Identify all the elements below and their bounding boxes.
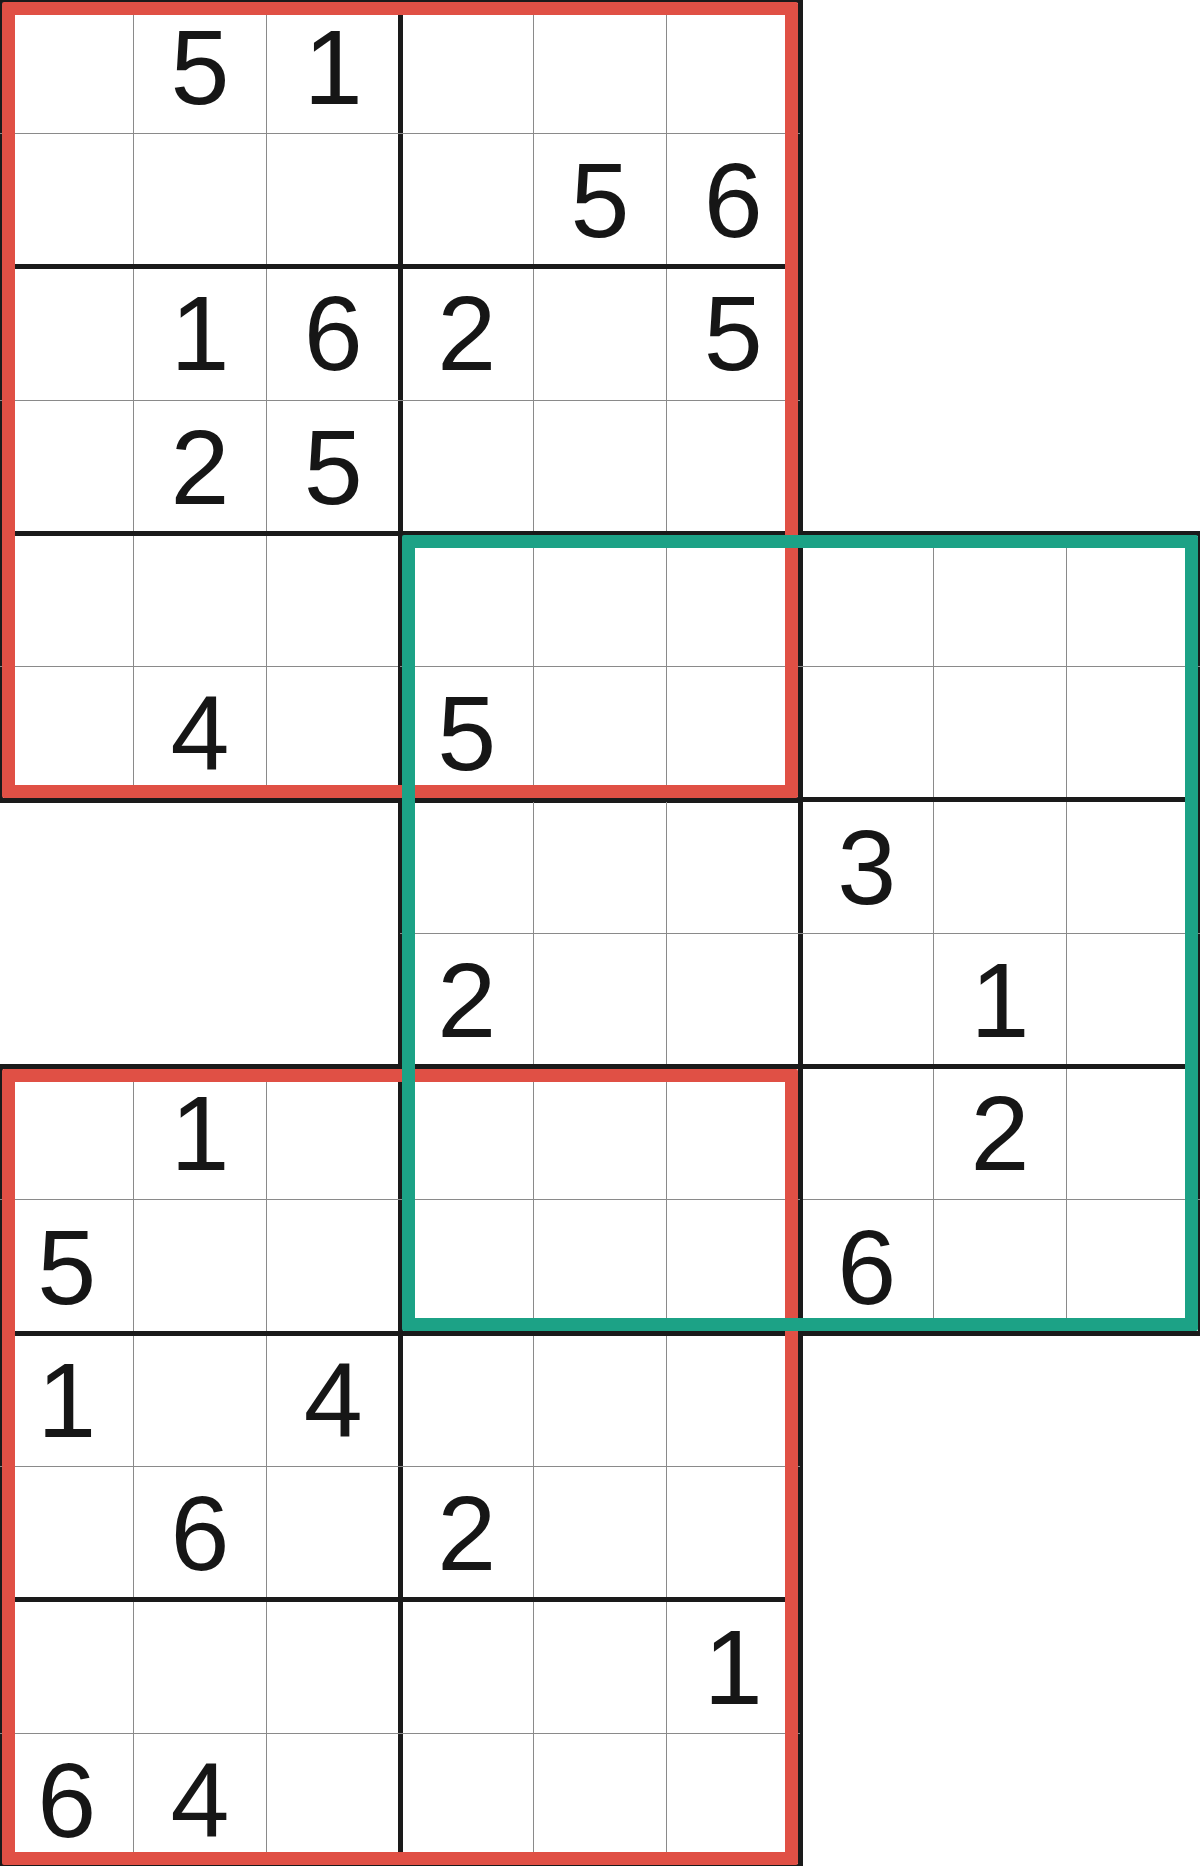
given-digit-r6c4[interactable]: 5: [400, 667, 533, 800]
cell-r9c6[interactable]: [667, 1067, 800, 1200]
cell-r5c8[interactable]: [933, 533, 1066, 666]
cell-r4c4[interactable]: [400, 400, 533, 533]
cell-r6c3[interactable]: [267, 667, 400, 800]
given-digit-r6c2[interactable]: 4: [133, 667, 266, 800]
given-digit-r3c6[interactable]: 5: [667, 267, 800, 400]
board: 51561625254532112561462164: [0, 0, 1200, 1866]
cell-r13c4[interactable]: [400, 1600, 533, 1733]
cell-r5c7[interactable]: [800, 533, 933, 666]
cell-r6c6[interactable]: [667, 667, 800, 800]
cell-r7c5[interactable]: [533, 800, 666, 933]
cell-r13c5[interactable]: [533, 1600, 666, 1733]
cell-r7c4[interactable]: [400, 800, 533, 933]
cell-r2c2[interactable]: [133, 133, 266, 266]
cell-r8c6[interactable]: [667, 933, 800, 1066]
given-digit-r11c1[interactable]: 1: [0, 1333, 133, 1466]
cell-r5c4[interactable]: [400, 533, 533, 666]
cell-r13c2[interactable]: [133, 1600, 266, 1733]
cell-r5c3[interactable]: [267, 533, 400, 666]
given-digit-r1c2[interactable]: 5: [133, 0, 266, 133]
cell-r6c1[interactable]: [0, 667, 133, 800]
cell-r9c9[interactable]: [1067, 1067, 1200, 1200]
cell-r1c1[interactable]: [0, 0, 133, 133]
cell-r9c4[interactable]: [400, 1067, 533, 1200]
given-digit-r2c6[interactable]: 6: [667, 133, 800, 266]
cell-r6c7[interactable]: [800, 667, 933, 800]
given-digit-r3c3[interactable]: 6: [267, 267, 400, 400]
cell-r11c5[interactable]: [533, 1333, 666, 1466]
given-digit-r12c2[interactable]: 6: [133, 1467, 266, 1600]
given-digit-r8c4[interactable]: 2: [400, 933, 533, 1066]
cell-r14c6[interactable]: [667, 1733, 800, 1866]
cell-r1c5[interactable]: [533, 0, 666, 133]
cell-r4c1[interactable]: [0, 400, 133, 533]
given-digit-r13c6[interactable]: 1: [667, 1600, 800, 1733]
cell-r8c9[interactable]: [1067, 933, 1200, 1066]
cell-r1c6[interactable]: [667, 0, 800, 133]
cell-r11c4[interactable]: [400, 1333, 533, 1466]
cell-r14c4[interactable]: [400, 1733, 533, 1866]
given-digit-r10c7[interactable]: 6: [800, 1200, 933, 1333]
given-digit-r4c3[interactable]: 5: [267, 400, 400, 533]
given-digit-r12c4[interactable]: 2: [400, 1467, 533, 1600]
given-digit-r14c2[interactable]: 4: [133, 1733, 266, 1866]
cell-r9c7[interactable]: [800, 1067, 933, 1200]
given-digit-r2c5[interactable]: 5: [533, 133, 666, 266]
cell-r7c6[interactable]: [667, 800, 800, 933]
cell-r5c2[interactable]: [133, 533, 266, 666]
cell-r4c5[interactable]: [533, 400, 666, 533]
cell-r11c6[interactable]: [667, 1333, 800, 1466]
cell-r2c1[interactable]: [0, 133, 133, 266]
cell-r10c5[interactable]: [533, 1200, 666, 1333]
cell-r7c9[interactable]: [1067, 800, 1200, 933]
cell-r8c5[interactable]: [533, 933, 666, 1066]
cell-r10c4[interactable]: [400, 1200, 533, 1333]
cell-r12c5[interactable]: [533, 1467, 666, 1600]
cell-r3c5[interactable]: [533, 267, 666, 400]
given-digit-r7c7[interactable]: 3: [800, 800, 933, 933]
given-digit-r1c3[interactable]: 1: [267, 0, 400, 133]
cell-r2c4[interactable]: [400, 133, 533, 266]
given-digit-r9c8[interactable]: 2: [933, 1067, 1066, 1200]
given-digit-r10c1[interactable]: 5: [0, 1200, 133, 1333]
cell-r7c8[interactable]: [933, 800, 1066, 933]
cell-r12c3[interactable]: [267, 1467, 400, 1600]
cell-r5c6[interactable]: [667, 533, 800, 666]
given-digit-r14c1[interactable]: 6: [0, 1733, 133, 1866]
cell-r1c4[interactable]: [400, 0, 533, 133]
given-digit-r3c2[interactable]: 1: [133, 267, 266, 400]
cell-r3c1[interactable]: [0, 267, 133, 400]
cell-r12c6[interactable]: [667, 1467, 800, 1600]
cell-r2c3[interactable]: [267, 133, 400, 266]
cell-r9c1[interactable]: [0, 1067, 133, 1200]
cell-r13c3[interactable]: [267, 1600, 400, 1733]
cell-r9c5[interactable]: [533, 1067, 666, 1200]
cell-r5c5[interactable]: [533, 533, 666, 666]
cell-r6c5[interactable]: [533, 667, 666, 800]
cell-r10c2[interactable]: [133, 1200, 266, 1333]
cell-r14c3[interactable]: [267, 1733, 400, 1866]
given-digit-r9c2[interactable]: 1: [133, 1067, 266, 1200]
cell-r8c7[interactable]: [800, 933, 933, 1066]
given-digit-r3c4[interactable]: 2: [400, 267, 533, 400]
cell-r10c3[interactable]: [267, 1200, 400, 1333]
cell-r5c9[interactable]: [1067, 533, 1200, 666]
cell-r12c1[interactable]: [0, 1467, 133, 1600]
cell-r10c9[interactable]: [1067, 1200, 1200, 1333]
cell-r11c2[interactable]: [133, 1333, 266, 1466]
cell-r5c1[interactable]: [0, 533, 133, 666]
cell-r9c3[interactable]: [267, 1067, 400, 1200]
cell-r4c6[interactable]: [667, 400, 800, 533]
cell-r14c5[interactable]: [533, 1733, 666, 1866]
cell-r13c1[interactable]: [0, 1600, 133, 1733]
cell-r10c6[interactable]: [667, 1200, 800, 1333]
cell-r10c8[interactable]: [933, 1200, 1066, 1333]
given-digit-r8c8[interactable]: 1: [933, 933, 1066, 1066]
cell-r6c8[interactable]: [933, 667, 1066, 800]
cell-r6c9[interactable]: [1067, 667, 1200, 800]
given-digit-r4c2[interactable]: 2: [133, 400, 266, 533]
given-digit-r11c3[interactable]: 4: [267, 1333, 400, 1466]
